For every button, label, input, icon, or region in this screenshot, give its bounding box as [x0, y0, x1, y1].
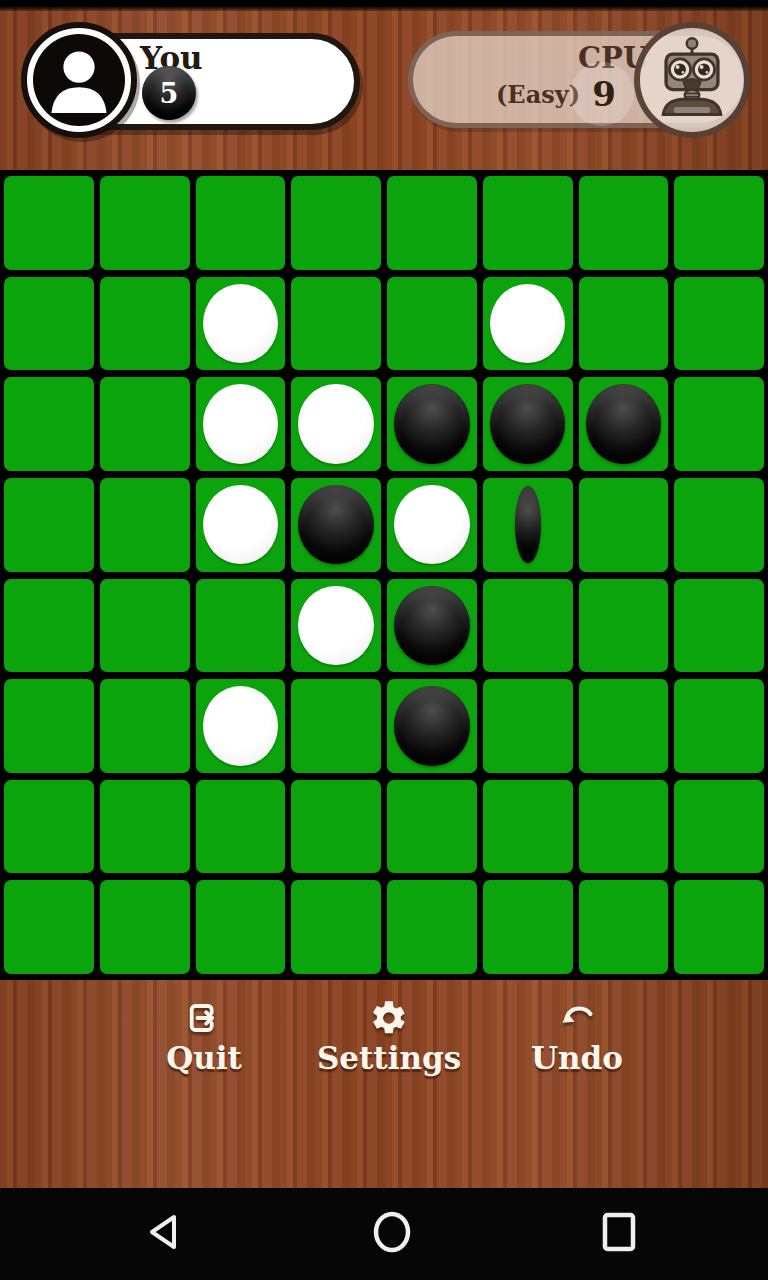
black-piece-flipping	[515, 486, 541, 563]
robot-icon	[644, 32, 740, 128]
board-cell-f3[interactable]	[483, 377, 573, 471]
board-cell-b8[interactable]	[100, 880, 190, 974]
board-cell-f7[interactable]	[483, 780, 573, 874]
board-cell-e4[interactable]	[387, 478, 477, 572]
header: You 5 CPU (Easy) 9	[0, 0, 768, 170]
board-cell-a4[interactable]	[4, 478, 94, 572]
board-cell-g6[interactable]	[579, 679, 669, 773]
home-circle-icon[interactable]	[370, 1209, 414, 1259]
back-triangle-icon[interactable]	[145, 1210, 183, 1258]
board-cell-g5[interactable]	[579, 579, 669, 673]
board-cell-g8[interactable]	[579, 880, 669, 974]
board-cell-d4[interactable]	[291, 478, 381, 572]
board-cell-e5[interactable]	[387, 579, 477, 673]
board-cell-b5[interactable]	[100, 579, 190, 673]
board-cell-c4[interactable]	[196, 478, 286, 572]
board-cell-g1[interactable]	[579, 176, 669, 270]
settings-button[interactable]: Settings	[317, 998, 461, 1076]
white-piece	[203, 686, 278, 766]
board-cell-b1[interactable]	[100, 176, 190, 270]
board-cell-b4[interactable]	[100, 478, 190, 572]
board-cell-a6[interactable]	[4, 679, 94, 773]
board-cell-h8[interactable]	[674, 880, 764, 974]
board-cell-c5[interactable]	[196, 579, 286, 673]
board-cell-f4[interactable]	[483, 478, 573, 572]
undo-label: Undo	[531, 1040, 623, 1076]
board-cell-a3[interactable]	[4, 377, 94, 471]
black-piece	[394, 586, 469, 666]
board-cell-h5[interactable]	[674, 579, 764, 673]
board-cell-e3[interactable]	[387, 377, 477, 471]
board-cell-d1[interactable]	[291, 176, 381, 270]
board-cell-c3[interactable]	[196, 377, 286, 471]
othello-game-screen: You 5 CPU (Easy) 9	[0, 0, 768, 1280]
board-cell-a8[interactable]	[4, 880, 94, 974]
board-cell-b6[interactable]	[100, 679, 190, 773]
board-cell-c7[interactable]	[196, 780, 286, 874]
board-cell-c2[interactable]	[196, 277, 286, 371]
board-cell-e7[interactable]	[387, 780, 477, 874]
board-cell-a5[interactable]	[4, 579, 94, 673]
board-cell-e6[interactable]	[387, 679, 477, 773]
undo-button[interactable]: Undo	[531, 998, 623, 1076]
board-cell-b2[interactable]	[100, 277, 190, 371]
board-cell-g2[interactable]	[579, 277, 669, 371]
quit-label: Quit	[166, 1040, 242, 1076]
board-cell-g3[interactable]	[579, 377, 669, 471]
black-piece	[298, 485, 373, 565]
undo-arrow-icon	[556, 998, 598, 1038]
board-cell-d6[interactable]	[291, 679, 381, 773]
board-cell-d7[interactable]	[291, 780, 381, 874]
board-cell-h3[interactable]	[674, 377, 764, 471]
android-navbar	[0, 1188, 768, 1280]
cpu-difficulty: (Easy)	[496, 80, 580, 109]
recents-square-icon[interactable]	[599, 1210, 639, 1258]
board-cell-h6[interactable]	[674, 679, 764, 773]
board-cell-d5[interactable]	[291, 579, 381, 673]
board-cell-c1[interactable]	[196, 176, 286, 270]
board-cell-a7[interactable]	[4, 780, 94, 874]
board-cell-e2[interactable]	[387, 277, 477, 371]
board-cell-f2[interactable]	[483, 277, 573, 371]
board-cell-a1[interactable]	[4, 176, 94, 270]
board-cell-c8[interactable]	[196, 880, 286, 974]
board-cell-g7[interactable]	[579, 780, 669, 874]
player-avatar	[21, 22, 137, 138]
board-cell-b3[interactable]	[100, 377, 190, 471]
player-score: 5	[160, 78, 179, 109]
board-cell-d2[interactable]	[291, 277, 381, 371]
board-cell-e8[interactable]	[387, 880, 477, 974]
board-cell-d8[interactable]	[291, 880, 381, 974]
player-score-disc: 5	[142, 66, 196, 120]
board-cell-d3[interactable]	[291, 377, 381, 471]
white-piece	[394, 485, 469, 565]
board-cell-c6[interactable]	[196, 679, 286, 773]
black-piece	[394, 384, 469, 464]
footer: Quit Settings Undo	[0, 980, 768, 1188]
board-cell-a2[interactable]	[4, 277, 94, 371]
white-piece	[298, 586, 373, 666]
board-cell-f5[interactable]	[483, 579, 573, 673]
white-piece	[203, 485, 278, 565]
board-cell-g4[interactable]	[579, 478, 669, 572]
settings-label: Settings	[317, 1040, 461, 1076]
black-piece	[490, 384, 565, 464]
white-piece	[298, 384, 373, 464]
board-cell-h7[interactable]	[674, 780, 764, 874]
cpu-score: 9	[588, 74, 620, 114]
board-cell-h4[interactable]	[674, 478, 764, 572]
black-piece	[586, 384, 661, 464]
quit-button[interactable]: Quit	[166, 998, 242, 1076]
white-piece	[203, 384, 278, 464]
board	[0, 170, 768, 980]
board-cell-h2[interactable]	[674, 277, 764, 371]
white-piece	[490, 284, 565, 364]
cpu-avatar	[634, 22, 750, 138]
board-cell-f6[interactable]	[483, 679, 573, 773]
board-cell-e1[interactable]	[387, 176, 477, 270]
board-cell-h1[interactable]	[674, 176, 764, 270]
black-piece	[394, 686, 469, 766]
gear-icon	[369, 998, 409, 1038]
person-icon	[33, 34, 125, 126]
white-piece	[203, 284, 278, 364]
board-cell-f8[interactable]	[483, 880, 573, 974]
exit-icon	[184, 998, 224, 1038]
board-cell-b7[interactable]	[100, 780, 190, 874]
board-cell-f1[interactable]	[483, 176, 573, 270]
